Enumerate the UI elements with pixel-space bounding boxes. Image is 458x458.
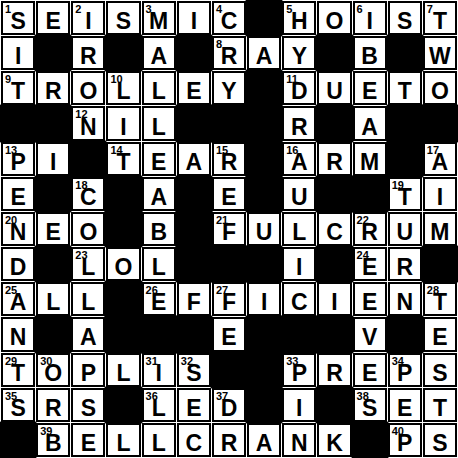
cell-letter: A [186,144,203,174]
cell-r8c3[interactable]: 23L [71,247,105,281]
cell-r7c12[interactable]: U [388,212,422,246]
cell-letter: A [256,425,273,455]
cell-r3c6[interactable]: E [177,71,211,105]
cell-r13c7[interactable]: R [212,423,246,457]
cell-r7c13[interactable]: M [423,212,457,246]
cell-letter: E [186,73,201,103]
cell-letter: O [115,249,133,279]
cell-letter: O [79,73,97,103]
cell-letter: E [186,390,201,420]
cell-r10c9 [282,317,316,351]
cell-letter: U [291,179,308,209]
cell-number: 10 [110,73,122,85]
cell-r5c11[interactable]: M [353,142,387,176]
cell-r3c7[interactable]: Y [212,71,246,105]
cell-letter: I [85,3,91,33]
cell-r1c2[interactable]: E [36,1,70,35]
cell-r2c13[interactable]: W [423,36,457,70]
cell-r9c13[interactable]: 28T [423,282,457,316]
cell-r9c1[interactable]: 25A [1,282,35,316]
cell-letter: N [10,319,27,349]
cell-letter: I [331,284,337,314]
cell-letter: A [256,38,273,68]
cell-letter: S [432,425,447,455]
cell-r5c10[interactable]: R [317,142,351,176]
cell-r8c6 [177,247,211,281]
cell-r7c2[interactable]: E [36,212,70,246]
cell-r12c7[interactable]: 37D [212,388,246,422]
cell-r7c8[interactable]: U [247,212,281,246]
cell-r12c10 [317,388,351,422]
cell-number: 25 [5,284,17,296]
cell-r12c8 [247,388,281,422]
cell-number: 38 [357,390,369,402]
cell-r10c11[interactable]: V [353,317,387,351]
cell-r5c12 [388,142,422,176]
cell-r8c10 [317,247,351,281]
cell-number: 13 [5,144,17,156]
cell-r13c6[interactable]: C [177,423,211,457]
cell-r1c11[interactable]: 6I [353,1,387,35]
cell-letter: N [291,425,308,455]
cell-r13c12[interactable]: 40P [388,423,422,457]
cell-r1c13[interactable]: 7T [423,1,457,35]
cell-letter: A [150,38,167,68]
cell-r6c9[interactable]: U [282,177,316,211]
cell-r11c4[interactable]: L [106,353,140,387]
cell-letter: Y [292,38,307,68]
cell-letter: R [221,425,238,455]
cell-letter: U [326,73,343,103]
cell-r13c4[interactable]: L [106,423,140,457]
cell-r4c3[interactable]: 12N [71,106,105,140]
cell-r8c8 [247,247,281,281]
cell-r6c1[interactable]: E [1,177,35,211]
cell-number: 14 [110,144,122,156]
cell-number: 24 [357,249,369,261]
cell-r7c5[interactable]: B [142,212,176,246]
cell-r3c9[interactable]: 11D [282,71,316,105]
cell-letter: L [152,425,166,455]
cell-r3c3[interactable]: O [71,71,105,105]
cell-letter: R [396,249,413,279]
cell-r7c7[interactable]: 21F [212,212,246,246]
cell-letter: V [362,319,377,349]
cell-r7c6 [177,212,211,246]
cell-letter: B [150,214,167,244]
cell-letter: R [326,144,343,174]
cell-r9c2[interactable]: L [36,282,70,316]
cell-r5c13[interactable]: 17A [423,142,457,176]
cell-r11c10[interactable]: R [317,353,351,387]
cell-r5c4[interactable]: 14T [106,142,140,176]
cell-r4c5[interactable]: L [142,106,176,140]
cell-letter: E [362,284,377,314]
cell-r11c5[interactable]: 31I [142,353,176,387]
cell-r12c9[interactable]: I [282,388,316,422]
cell-r8c2 [36,247,70,281]
cell-letter: U [256,214,273,244]
cell-r4c1 [1,106,35,140]
cell-number: 5 [286,3,292,15]
cell-r5c5[interactable]: E [142,142,176,176]
cell-letter: S [116,3,131,33]
cell-r4c9[interactable]: R [282,106,316,140]
cell-number: 29 [5,355,17,367]
cell-number: 7 [427,3,433,15]
cell-number: 15 [216,144,228,156]
cell-r2c9[interactable]: Y [282,36,316,70]
cell-r11c2[interactable]: 30O [36,353,70,387]
cell-letter: E [432,319,447,349]
cell-r3c4[interactable]: 10L [106,71,140,105]
cell-r4c7 [212,106,246,140]
cell-r1c10[interactable]: O [317,1,351,35]
cell-r7c10[interactable]: C [317,212,351,246]
cell-letter: W [429,38,451,68]
cell-letter: O [326,3,344,33]
cell-letter: E [151,144,166,174]
cell-number: 1 [5,3,11,15]
cell-r13c13[interactable]: S [423,423,457,457]
cell-letter: U [396,214,413,244]
cell-letter: S [432,355,447,385]
cell-letter: R [291,109,308,139]
cell-r2c4 [106,36,140,70]
cell-letter: K [326,425,343,455]
cell-r11c8 [247,353,281,387]
cell-r3c1[interactable]: 9T [1,71,35,105]
cell-number: 31 [146,355,158,367]
cell-r4c6 [177,106,211,140]
cell-r4c11[interactable]: A [353,106,387,140]
cell-r10c2 [36,317,70,351]
cell-r9c6[interactable]: F [177,282,211,316]
cell-letter: L [46,284,60,314]
cell-r8c9[interactable]: I [282,247,316,281]
cell-r4c10 [317,106,351,140]
cell-r4c13 [423,106,457,140]
cell-r10c10 [317,317,351,351]
cell-r12c1[interactable]: 35S [1,388,35,422]
cell-r4c4[interactable]: I [106,106,140,140]
cell-letter: E [46,3,61,33]
cell-letter: S [397,3,412,33]
cell-r10c13[interactable]: E [423,317,457,351]
cell-r2c3[interactable]: R [71,36,105,70]
cell-r6c4 [106,177,140,211]
cell-letter: A [361,109,378,139]
cell-letter: F [187,284,201,314]
cell-letter: I [437,179,443,209]
cell-r10c3[interactable]: A [71,317,105,351]
cell-r11c9[interactable]: 33P [282,353,316,387]
cell-r2c7[interactable]: 8R [212,36,246,70]
cell-r1c12[interactable]: S [388,1,422,35]
cell-r6c2 [36,177,70,211]
cell-number: 28 [427,284,439,296]
cell-letter: E [221,319,236,349]
cell-r8c11[interactable]: 24E [353,247,387,281]
cell-number: 2 [75,3,81,15]
cell-r13c3[interactable]: E [71,423,105,457]
cell-letter: C [326,214,343,244]
cell-r6c11 [353,177,387,211]
cell-letter: A [80,319,97,349]
cell-letter: E [10,179,25,209]
cell-r4c12 [388,106,422,140]
cell-r2c5[interactable]: A [142,36,176,70]
cell-number: 32 [181,355,193,367]
cell-r12c5[interactable]: 36L [142,388,176,422]
cell-letter: C [221,3,238,33]
cell-r10c6 [177,317,211,351]
cell-letter: I [296,249,302,279]
cell-r2c11[interactable]: B [353,36,387,70]
cell-r6c8 [247,177,281,211]
cell-r2c8[interactable]: A [247,36,281,70]
cell-letter: E [81,425,96,455]
cell-r5c8 [247,142,281,176]
cell-number: 11 [286,73,298,85]
cell-letter: L [292,214,306,244]
cell-letter: T [398,73,412,103]
cell-r6c10 [317,177,351,211]
cell-r8c5[interactable]: L [142,247,176,281]
cell-letter: R [326,355,343,385]
cell-r3c8 [247,71,281,105]
cell-r7c1[interactable]: 20N [1,212,35,246]
cell-r1c8 [247,1,281,35]
cell-letter: C [186,425,203,455]
cell-number: 4 [216,3,222,15]
cell-r10c5 [142,317,176,351]
cell-r10c8 [247,317,281,351]
cell-r5c3 [71,142,105,176]
cell-r1c1[interactable]: 1S [1,1,35,35]
cell-r10c1[interactable]: N [1,317,35,351]
cell-r11c6[interactable]: 32S [177,353,211,387]
cell-letter: I [191,3,197,33]
cell-letter: I [120,109,126,139]
cell-r5c7[interactable]: 15R [212,142,246,176]
cell-number: 33 [286,355,298,367]
cell-r1c7[interactable]: 4C [212,1,246,35]
cell-r11c3[interactable]: P [71,353,105,387]
cell-letter: M [360,144,379,174]
cell-number: 36 [146,390,158,402]
cell-number: 30 [40,355,52,367]
cell-r11c13[interactable]: S [423,353,457,387]
cell-r8c7 [212,247,246,281]
cell-r5c1[interactable]: 13P [1,142,35,176]
cell-letter: L [81,284,95,314]
cell-r1c6[interactable]: I [177,1,211,35]
cell-number: 20 [5,214,17,226]
cell-letter: T [433,390,447,420]
cell-r1c3[interactable]: 2I [71,1,105,35]
cell-number: 6 [357,3,363,15]
cell-number: 26 [146,284,158,296]
cell-r13c2[interactable]: 39B [36,423,70,457]
cell-r2c10 [317,36,351,70]
cell-r10c7[interactable]: E [212,317,246,351]
cell-letter: E [397,390,412,420]
cell-letter: I [15,38,21,68]
cell-r6c12[interactable]: 19T [388,177,422,211]
cell-r6c6 [177,177,211,211]
cell-r3c10[interactable]: U [317,71,351,105]
cell-r1c4[interactable]: S [106,1,140,35]
cell-r13c11 [353,423,387,457]
cell-r13c8[interactable]: A [247,423,281,457]
cell-r6c13[interactable]: I [423,177,457,211]
cell-number: 22 [357,214,369,226]
cell-r7c11[interactable]: 22R [353,212,387,246]
cell-number: 16 [286,144,298,156]
cell-r9c8[interactable]: I [247,282,281,316]
cell-r4c8 [247,106,281,140]
cell-letter: M [149,3,168,33]
cell-r11c7 [212,353,246,387]
cell-r11c12[interactable]: 34P [388,353,422,387]
cell-r3c5[interactable]: L [142,71,176,105]
cell-r11c11[interactable]: E [353,353,387,387]
cell-r13c1 [1,423,35,457]
cell-number: 8 [216,38,222,50]
cell-number: 18 [75,179,87,191]
cell-r6c3[interactable]: 18C [71,177,105,211]
cell-r8c13 [423,247,457,281]
cell-number: 17 [427,144,439,156]
cell-letter: I [261,284,267,314]
cell-r13c10[interactable]: K [317,423,351,457]
cell-r7c9[interactable]: L [282,212,316,246]
cell-r12c4 [106,388,140,422]
cell-letter: L [152,249,166,279]
cell-number: 12 [75,108,87,120]
cell-r4c2 [36,106,70,140]
cell-r9c3[interactable]: L [71,282,105,316]
cell-letter: I [50,144,56,174]
cell-r13c5[interactable]: L [142,423,176,457]
cell-letter: O [431,73,449,103]
cell-letter: S [81,390,96,420]
cell-number: 21 [216,214,228,226]
cell-letter: T [433,3,447,33]
cell-r12c6[interactable]: E [177,388,211,422]
cell-r3c11[interactable]: E [353,71,387,105]
cell-letter: I [296,390,302,420]
cell-letter: Y [221,73,236,103]
cell-r3c13[interactable]: O [423,71,457,105]
cell-letter: O [79,214,97,244]
cell-r7c4 [106,212,140,246]
cell-letter: I [366,3,372,33]
cell-r5c2[interactable]: I [36,142,70,176]
cell-r3c2[interactable]: R [36,71,70,105]
cell-r9c10[interactable]: I [317,282,351,316]
cell-letter: R [45,73,62,103]
cell-r8c4[interactable]: O [106,247,140,281]
cell-number: 9 [5,73,11,85]
cell-letter: E [362,73,377,103]
cell-r7c3[interactable]: O [71,212,105,246]
cell-number: 19 [392,179,404,191]
cell-r2c6 [177,36,211,70]
cell-letter: C [291,284,308,314]
cell-letter: T [11,73,25,103]
cell-letter: P [81,355,96,385]
cell-number: 40 [392,425,404,437]
cell-letter: A [150,179,167,209]
crossword-grid: 1SE2IS3MI4C5HO6IS7TIRA8RAYBW9TRO10LLEY11… [0,0,458,458]
cell-r8c12[interactable]: R [388,247,422,281]
cell-letter: M [430,214,449,244]
cell-letter: R [80,38,97,68]
cell-r6c5[interactable]: A [142,177,176,211]
cell-letter: L [117,355,131,385]
cell-r9c5[interactable]: 26E [142,282,176,316]
cell-r12c12[interactable]: E [388,388,422,422]
cell-number: 3 [146,3,152,15]
cell-letter: S [10,3,25,33]
cell-r12c3[interactable]: S [71,388,105,422]
cell-letter: H [291,3,308,33]
cell-r2c1[interactable]: I [1,36,35,70]
cell-letter: L [117,425,131,455]
cell-number: 37 [216,390,228,402]
cell-letter: E [46,214,61,244]
cell-number: 35 [5,390,17,402]
cell-r10c4 [106,317,140,351]
cell-letter: E [362,355,377,385]
cell-letter: N [396,284,413,314]
cell-r6c7[interactable]: E [212,177,246,211]
cell-letter: E [221,179,236,209]
cell-r8c1[interactable]: D [1,247,35,281]
cell-r9c12[interactable]: N [388,282,422,316]
cell-r12c2[interactable]: R [36,388,70,422]
cell-r9c9[interactable]: C [282,282,316,316]
cell-letter: D [10,249,27,279]
cell-r5c9[interactable]: 16A [282,142,316,176]
cell-r2c12 [388,36,422,70]
cell-r3c12[interactable]: T [388,71,422,105]
cell-number: 27 [216,284,228,296]
cell-r12c13[interactable]: T [423,388,457,422]
cell-r5c6[interactable]: A [177,142,211,176]
cell-r9c11[interactable]: E [353,282,387,316]
cell-r2c2 [36,36,70,70]
cell-letter: L [152,73,166,103]
cell-letter: R [45,390,62,420]
cell-r11c1[interactable]: 29T [1,353,35,387]
cell-number: 39 [40,425,52,437]
cell-number: 23 [75,249,87,261]
cell-letter: L [152,109,166,139]
cell-r1c5[interactable]: 3M [142,1,176,35]
cell-r9c7[interactable]: 27F [212,282,246,316]
cell-r10c12 [388,317,422,351]
cell-r1c9[interactable]: 5H [282,1,316,35]
cell-r9c4 [106,282,140,316]
cell-r12c11[interactable]: 38S [353,388,387,422]
cell-number: 34 [392,355,404,367]
cell-letter: B [361,38,378,68]
cell-r13c9[interactable]: N [282,423,316,457]
cell-letter: R [221,38,238,68]
